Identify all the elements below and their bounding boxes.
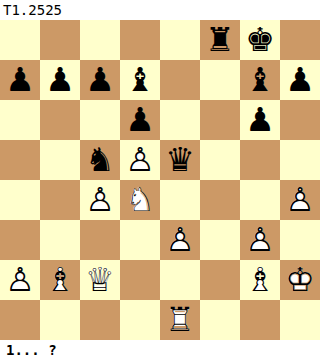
square-c6[interactable]: [80, 100, 120, 140]
square-b5[interactable]: [40, 140, 80, 180]
square-e2[interactable]: [160, 260, 200, 300]
square-c8[interactable]: [80, 20, 120, 60]
square-h6[interactable]: [280, 100, 320, 140]
square-c1[interactable]: [80, 300, 120, 340]
square-h2[interactable]: ♚♔: [280, 260, 320, 300]
white-pawn: ♟: [120, 140, 160, 180]
square-b7[interactable]: ♟: [40, 60, 80, 100]
white-rook: ♜: [160, 300, 200, 340]
square-c5[interactable]: ♞: [80, 140, 120, 180]
square-d8[interactable]: [120, 20, 160, 60]
square-g8[interactable]: ♚: [240, 20, 280, 60]
square-b2[interactable]: ♝♗: [40, 260, 80, 300]
white-pawn: ♟: [0, 260, 40, 300]
white-bishop-outline: ♗: [40, 260, 80, 300]
square-d7[interactable]: ♝: [120, 60, 160, 100]
black-pawn: ♟: [80, 60, 120, 100]
square-c3[interactable]: [80, 220, 120, 260]
black-bishop: ♝: [120, 60, 160, 100]
white-king: ♚: [280, 260, 320, 300]
white-bishop: ♝: [40, 260, 80, 300]
square-e4[interactable]: [160, 180, 200, 220]
square-d4[interactable]: ♞♘: [120, 180, 160, 220]
square-e5[interactable]: ♛: [160, 140, 200, 180]
black-pawn: ♟: [0, 60, 40, 100]
square-f1[interactable]: [200, 300, 240, 340]
square-f5[interactable]: [200, 140, 240, 180]
square-e6[interactable]: [160, 100, 200, 140]
square-h7[interactable]: ♟: [280, 60, 320, 100]
square-c2[interactable]: ♛♕: [80, 260, 120, 300]
white-bishop-outline: ♗: [240, 260, 280, 300]
square-d2[interactable]: [120, 260, 160, 300]
white-pawn-outline: ♙: [280, 180, 320, 220]
puzzle-title: T1.2525: [0, 0, 320, 20]
square-b4[interactable]: [40, 180, 80, 220]
square-e3[interactable]: ♟♙: [160, 220, 200, 260]
white-king-outline: ♔: [280, 260, 320, 300]
square-f7[interactable]: [200, 60, 240, 100]
square-a3[interactable]: [0, 220, 40, 260]
white-pawn-outline: ♙: [160, 220, 200, 260]
square-f3[interactable]: [200, 220, 240, 260]
square-b3[interactable]: [40, 220, 80, 260]
white-rook-outline: ♖: [160, 300, 200, 340]
square-h3[interactable]: [280, 220, 320, 260]
square-a2[interactable]: ♟♙: [0, 260, 40, 300]
black-pawn: ♟: [40, 60, 80, 100]
square-a4[interactable]: [0, 180, 40, 220]
black-queen: ♛: [160, 140, 200, 180]
square-h5[interactable]: [280, 140, 320, 180]
square-g2[interactable]: ♝♗: [240, 260, 280, 300]
square-d3[interactable]: [120, 220, 160, 260]
square-f6[interactable]: [200, 100, 240, 140]
white-bishop: ♝: [240, 260, 280, 300]
black-knight: ♞: [80, 140, 120, 180]
square-c4[interactable]: ♟♙: [80, 180, 120, 220]
black-pawn: ♟: [280, 60, 320, 100]
white-pawn: ♟: [160, 220, 200, 260]
black-king: ♚: [240, 20, 280, 60]
square-h4[interactable]: ♟♙: [280, 180, 320, 220]
white-pawn: ♟: [80, 180, 120, 220]
move-prompt: 1... ?: [0, 340, 320, 360]
square-g1[interactable]: [240, 300, 280, 340]
square-g6[interactable]: ♟: [240, 100, 280, 140]
square-e8[interactable]: [160, 20, 200, 60]
square-a5[interactable]: [0, 140, 40, 180]
chess-board: ♜♚♟♟♟♝♝♟♟♟♞♟♙♛♟♙♞♘♟♙♟♙♟♙♟♙♝♗♛♕♝♗♚♔♜♖: [0, 20, 320, 340]
square-a1[interactable]: [0, 300, 40, 340]
square-e7[interactable]: [160, 60, 200, 100]
square-c7[interactable]: ♟: [80, 60, 120, 100]
square-f8[interactable]: ♜: [200, 20, 240, 60]
square-b6[interactable]: [40, 100, 80, 140]
square-g3[interactable]: ♟♙: [240, 220, 280, 260]
black-bishop: ♝: [240, 60, 280, 100]
black-pawn: ♟: [120, 100, 160, 140]
square-f2[interactable]: [200, 260, 240, 300]
black-rook: ♜: [200, 20, 240, 60]
square-a8[interactable]: [0, 20, 40, 60]
square-g4[interactable]: [240, 180, 280, 220]
square-d6[interactable]: ♟: [120, 100, 160, 140]
square-e1[interactable]: ♜♖: [160, 300, 200, 340]
square-d1[interactable]: [120, 300, 160, 340]
white-queen-outline: ♕: [80, 260, 120, 300]
white-pawn-outline: ♙: [0, 260, 40, 300]
square-d5[interactable]: ♟♙: [120, 140, 160, 180]
square-b1[interactable]: [40, 300, 80, 340]
black-pawn: ♟: [240, 100, 280, 140]
square-a6[interactable]: [0, 100, 40, 140]
square-a7[interactable]: ♟: [0, 60, 40, 100]
square-f4[interactable]: [200, 180, 240, 220]
square-h1[interactable]: [280, 300, 320, 340]
white-pawn: ♟: [240, 220, 280, 260]
white-pawn-outline: ♙: [120, 140, 160, 180]
white-knight-outline: ♘: [120, 180, 160, 220]
square-b8[interactable]: [40, 20, 80, 60]
white-knight: ♞: [120, 180, 160, 220]
square-h8[interactable]: [280, 20, 320, 60]
white-pawn: ♟: [280, 180, 320, 220]
square-g5[interactable]: [240, 140, 280, 180]
white-pawn-outline: ♙: [240, 220, 280, 260]
white-queen: ♛: [80, 260, 120, 300]
chess-app-window: T1.2525 ♜♚♟♟♟♝♝♟♟♟♞♟♙♛♟♙♞♘♟♙♟♙♟♙♟♙♝♗♛♕♝♗…: [0, 0, 320, 360]
white-pawn-outline: ♙: [80, 180, 120, 220]
square-g7[interactable]: ♝: [240, 60, 280, 100]
